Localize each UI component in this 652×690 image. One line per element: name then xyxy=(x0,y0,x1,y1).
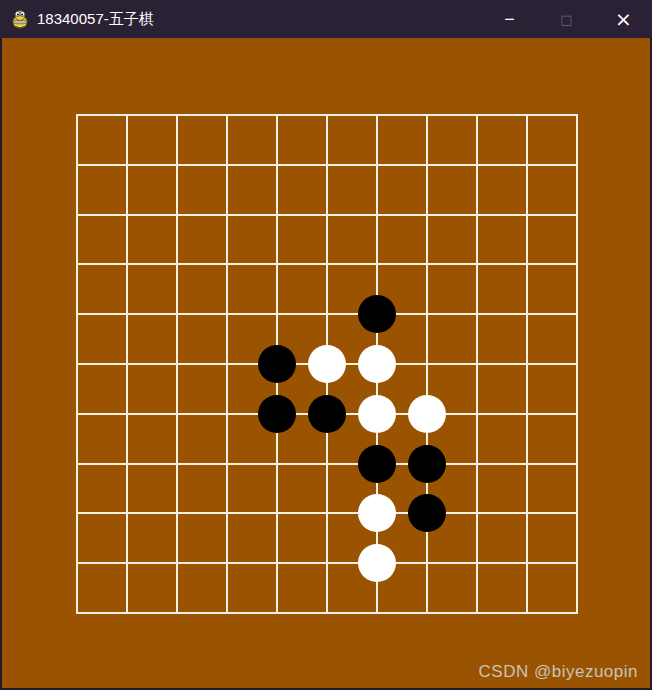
watermark-text: CSDN @biyezuopin xyxy=(479,662,638,682)
minimize-button[interactable]: ─ xyxy=(481,0,538,38)
python-turtle-icon xyxy=(10,9,30,29)
grid-line-vertical xyxy=(576,115,578,613)
black-stone xyxy=(408,494,446,532)
white-stone xyxy=(308,345,346,383)
white-stone xyxy=(358,494,396,532)
white-stone xyxy=(408,395,446,433)
game-client-area: CSDN @biyezuopin xyxy=(2,38,650,688)
black-stone xyxy=(308,395,346,433)
grid-line-horizontal xyxy=(76,463,578,465)
black-stone xyxy=(358,445,396,483)
black-stone xyxy=(358,295,396,333)
grid-line-horizontal xyxy=(76,612,578,614)
grid-line-vertical xyxy=(476,115,478,613)
maximize-button[interactable]: □ xyxy=(538,0,595,38)
close-button[interactable]: × xyxy=(595,0,652,38)
caption-buttons: ─ □ × xyxy=(481,0,652,38)
grid-line-horizontal xyxy=(76,512,578,514)
white-stone xyxy=(358,345,396,383)
black-stone xyxy=(408,445,446,483)
white-stone xyxy=(358,395,396,433)
grid-line-vertical xyxy=(526,115,528,613)
grid-line-vertical xyxy=(426,115,428,613)
close-icon: × xyxy=(615,7,632,31)
white-stone xyxy=(358,544,396,582)
maximize-icon: □ xyxy=(560,12,572,27)
black-stone xyxy=(258,395,296,433)
minimize-icon: ─ xyxy=(505,11,513,27)
grid-line-horizontal xyxy=(76,562,578,564)
black-stone xyxy=(258,345,296,383)
titlebar: 18340057-五子棋 ─ □ × xyxy=(0,0,652,38)
window-title: 18340057-五子棋 xyxy=(37,10,154,29)
app-window: 18340057-五子棋 ─ □ × CSDN @biyezuopin xyxy=(0,0,652,690)
gomoku-board[interactable] xyxy=(2,38,650,688)
